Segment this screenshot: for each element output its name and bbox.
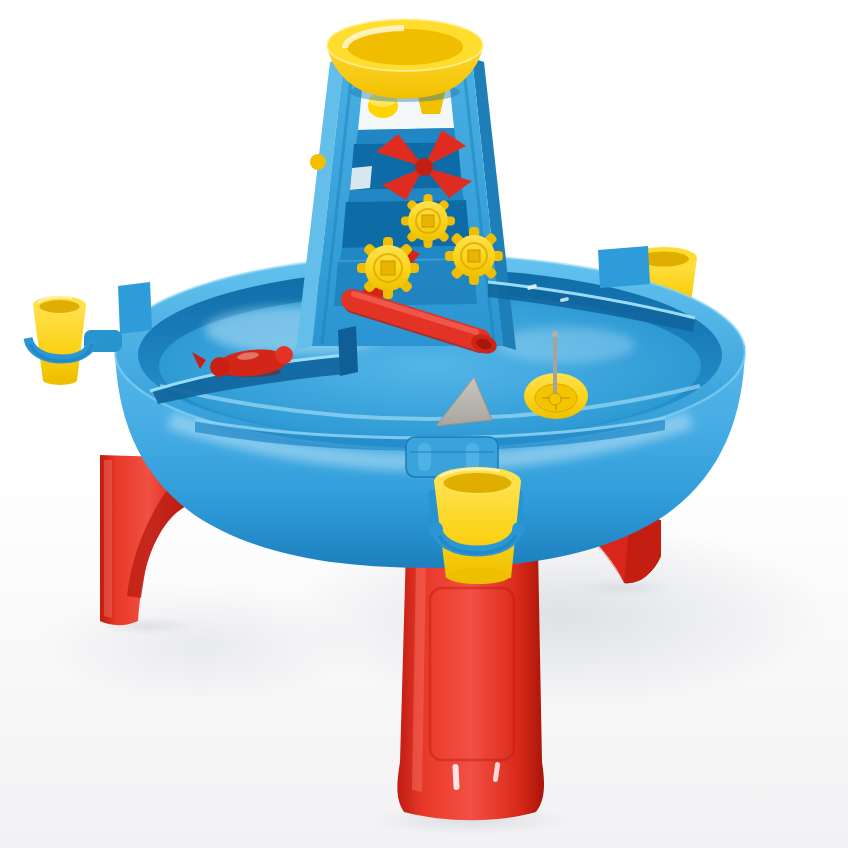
left-holder-tab [118, 282, 152, 334]
water-wheel-upper [401, 194, 455, 248]
product-photo-stage [0, 0, 848, 848]
water-play-table-image [0, 0, 848, 848]
rear-holder-tab [598, 246, 650, 288]
side-knob [310, 154, 326, 170]
front-leg [397, 548, 544, 820]
water-wheel-left [357, 237, 419, 299]
mast [553, 334, 557, 398]
water-wheel-right [445, 227, 503, 285]
